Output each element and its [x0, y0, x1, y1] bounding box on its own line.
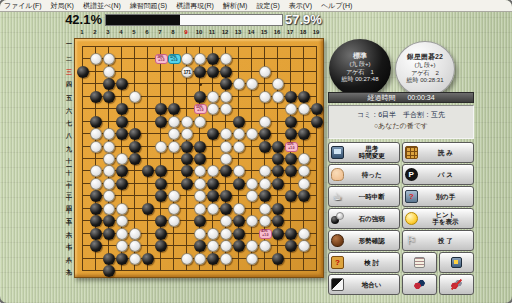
- white-stone: [90, 128, 102, 140]
- black-stone: [116, 116, 128, 128]
- white-player-name: 銀星囲碁22: [407, 53, 443, 62]
- black-stone: [181, 153, 193, 165]
- monitor-clock-icon: [331, 146, 344, 159]
- black-stone: [207, 66, 219, 78]
- bowl-icon: [331, 234, 344, 247]
- white-stone: [116, 153, 128, 165]
- black-stone: [285, 240, 297, 252]
- black-stone: [272, 203, 284, 215]
- monitor-question-icon: ?: [405, 190, 418, 203]
- black-stone: [181, 178, 193, 190]
- black-stone: [103, 265, 115, 277]
- white-stone: [259, 240, 271, 252]
- col-label-11: 11: [207, 29, 217, 35]
- menu-item-3[interactable]: 棋譜並べ(N): [83, 1, 121, 11]
- white-stone: [220, 240, 232, 252]
- white-stone: [103, 66, 115, 78]
- white-stone: [246, 178, 258, 190]
- white-stone: [103, 141, 115, 153]
- white-stone: [181, 116, 193, 128]
- white-stone: [298, 228, 310, 240]
- go-app-window: ファイル(F)対局(K)棋譜並べ(N)練習問題(S)棋譜再現(R)解析(M)設定…: [0, 0, 512, 303]
- white-winrate-label: 57.9%: [285, 12, 322, 27]
- white-stone: [116, 240, 128, 252]
- black-stone: [285, 91, 297, 103]
- col-label-8: 8: [168, 29, 178, 35]
- black-stone: [194, 141, 206, 153]
- white-captures: アゲ石 2: [411, 70, 439, 78]
- white-stone: [181, 128, 193, 140]
- komi-handicap-line: コミ：6目半 手合割：互先: [329, 110, 473, 120]
- white-stone: [220, 253, 232, 265]
- review-button[interactable]: ?検 討: [328, 252, 400, 273]
- white-stone: [259, 203, 271, 215]
- another-move-button-label: 別の手: [420, 193, 471, 200]
- undo-button[interactable]: 待った: [328, 164, 400, 185]
- hint-button-label: ヒント手を表示: [420, 211, 471, 225]
- black-stone: [272, 141, 284, 153]
- flag-icon: ⚐: [405, 234, 418, 247]
- pass-icon: P: [405, 168, 418, 181]
- white-stone: [181, 253, 193, 265]
- game-info-panel: コミ：6目半 手合割：互先 ○あなたの番です: [328, 105, 474, 139]
- col-label-10: 10: [194, 29, 204, 35]
- white-total-time: 総時 00:28:31: [406, 77, 443, 85]
- review-button-label: 検 討: [346, 259, 397, 266]
- board-column-labels: 12345678910111213141516171819: [74, 29, 324, 37]
- resign-button-label: 投 了: [420, 237, 471, 244]
- menu-item-8[interactable]: 表示(V): [289, 1, 312, 11]
- menu-item-5[interactable]: 棋譜再現(R): [176, 1, 214, 11]
- candidate-move-marker-4: 55%+1.0: [285, 142, 298, 152]
- black-stone: [155, 116, 167, 128]
- black-stone: [311, 103, 323, 115]
- white-stone: [246, 253, 258, 265]
- white-stone: [298, 153, 310, 165]
- black-stone: [181, 141, 193, 153]
- black-stone: [142, 203, 154, 215]
- territory-icon: [331, 278, 344, 291]
- white-stone: [259, 66, 271, 78]
- hand-icon: [331, 168, 344, 181]
- white-stone: [207, 203, 219, 215]
- undo-button-label: 待った: [346, 171, 397, 178]
- pause-button[interactable]: ☕一時中断: [328, 186, 400, 207]
- black-stone: [285, 153, 297, 165]
- stones-mini-button-2[interactable]: [439, 274, 474, 295]
- black-stone: [194, 91, 206, 103]
- col-label-7: 7: [155, 29, 165, 35]
- black-stone: [259, 128, 271, 140]
- black-stone: [207, 253, 219, 265]
- think-time-button-label: 思考時間変更: [346, 145, 397, 159]
- white-stone: [233, 141, 245, 153]
- black-stone: [194, 153, 206, 165]
- white-stone: [168, 141, 180, 153]
- think-time-button[interactable]: 思考時間変更: [328, 142, 400, 163]
- stones-mini-button-1[interactable]: [402, 274, 437, 295]
- black-stone: [233, 240, 245, 252]
- small-button-pair: [402, 274, 474, 295]
- white-stone: [194, 203, 206, 215]
- bulb-icon: [405, 212, 418, 225]
- menu-bar: ファイル(F)対局(K)棋譜並べ(N)練習問題(S)棋譜再現(R)解析(M)設定…: [0, 0, 512, 12]
- white-stone: [90, 141, 102, 153]
- black-stone: [272, 228, 284, 240]
- small-button-pair: [402, 252, 474, 273]
- stone-strength-button[interactable]: 石の強弱: [328, 208, 400, 229]
- col-label-16: 16: [272, 29, 282, 35]
- mini-board-icon: [414, 257, 425, 268]
- white-stone: [220, 228, 232, 240]
- black-stone: [285, 128, 297, 140]
- move-number: 171: [183, 69, 190, 75]
- black-stone: [103, 91, 115, 103]
- black-stone: [90, 91, 102, 103]
- black-winrate-label: 42.1%: [62, 12, 102, 27]
- col-label-2: 2: [90, 29, 100, 35]
- col-label-18: 18: [298, 29, 308, 35]
- black-stone: [311, 116, 323, 128]
- white-stone: [220, 128, 232, 140]
- black-stone: [233, 178, 245, 190]
- black-stone: [103, 253, 115, 265]
- black-stone: [207, 128, 219, 140]
- white-stone: [129, 240, 141, 252]
- pass-button-label: パ ス: [420, 171, 471, 178]
- white-stone: [103, 203, 115, 215]
- col-label-1: 1: [77, 29, 87, 35]
- black-stone: [220, 203, 232, 215]
- col-label-9: 9: [181, 29, 191, 35]
- col-label-6: 6: [142, 29, 152, 35]
- white-stone: [207, 91, 219, 103]
- black-stone: [220, 66, 232, 78]
- hint-button[interactable]: ヒント手を表示: [402, 208, 474, 229]
- territory-button[interactable]: 地合い: [328, 274, 400, 295]
- mini-monitor-icon: [451, 257, 462, 268]
- pass-button[interactable]: Pパ ス: [402, 164, 474, 185]
- pause-button-label: 一時中断: [346, 193, 397, 200]
- black-stone: [194, 240, 206, 252]
- stone-strength-button-label: 石の強弱: [346, 215, 397, 222]
- white-stone: [129, 91, 141, 103]
- black-player-name: 標準: [353, 52, 367, 61]
- col-label-14: 14: [246, 29, 256, 35]
- white-stone: [220, 153, 232, 165]
- white-stone: [272, 91, 284, 103]
- white-stone: [168, 116, 180, 128]
- board-row-labels: 一二三四五六七八九十十一十二十三十四十五十六十七十八十九: [60, 38, 73, 278]
- col-label-4: 4: [116, 29, 126, 35]
- elapsed-time-value: 00:00:34: [407, 94, 434, 101]
- menu-item-6[interactable]: 解析(M): [223, 1, 248, 11]
- col-label-19: 19: [311, 29, 321, 35]
- white-stone: [90, 178, 102, 190]
- another-move-button[interactable]: ?別の手: [402, 186, 474, 207]
- winrate-bar: [105, 14, 283, 26]
- black-stone: [285, 116, 297, 128]
- white-stone: [155, 141, 167, 153]
- white-stone: [194, 116, 206, 128]
- black-stone: [116, 253, 128, 265]
- black-stone: [194, 66, 206, 78]
- read-button[interactable]: 読 み: [402, 142, 474, 163]
- cup-icon: ☕: [331, 190, 344, 203]
- white-stone: [103, 178, 115, 190]
- black-total-time: 総時 00:27:48: [341, 76, 378, 84]
- white-stone: [298, 178, 310, 190]
- col-label-12: 12: [220, 29, 230, 35]
- black-stone: [142, 253, 154, 265]
- black-stone: [259, 141, 271, 153]
- white-stone: [194, 228, 206, 240]
- stones-icon: [331, 212, 344, 225]
- white-stone: [233, 203, 245, 215]
- territory-button-label: 地合い: [346, 281, 397, 288]
- black-player-stone: 標準 (九 段+) アゲ石 1 総時 00:27:48: [329, 39, 391, 97]
- elapsed-time-bar: 経過時間 00:00:34: [328, 92, 474, 103]
- white-stone: [129, 228, 141, 240]
- black-stone: [90, 228, 102, 240]
- goban-icon: [405, 146, 418, 159]
- candidate-move-marker-3: 55%+1.0: [194, 104, 207, 114]
- elapsed-time-label: 経過時間: [367, 93, 395, 103]
- white-stone: [116, 228, 128, 240]
- black-stone: [116, 128, 128, 140]
- white-stone: [103, 128, 115, 140]
- white-stone: [220, 141, 232, 153]
- col-label-17: 17: [285, 29, 295, 35]
- white-stone: [220, 91, 232, 103]
- white-stone: [103, 153, 115, 165]
- col-label-15: 15: [259, 29, 269, 35]
- white-stone: [259, 116, 271, 128]
- black-stone: [272, 153, 284, 165]
- menu-item-9[interactable]: ヘルプ(H): [321, 1, 352, 11]
- white-stone: [168, 203, 180, 215]
- black-stone: [155, 240, 167, 252]
- control-button-grid: 思考時間変更読 み待ったPパ ス☕一時中断?別の手石の強弱ヒント手を表示形勢確認…: [328, 142, 474, 295]
- white-stone: [194, 253, 206, 265]
- col-label-3: 3: [103, 29, 113, 35]
- white-stone: [207, 240, 219, 252]
- black-stone: [155, 228, 167, 240]
- col-label-5: 5: [129, 29, 139, 35]
- black-captures: アゲ石 1: [346, 69, 374, 77]
- white-player-stone: 銀星囲碁22 (九 段+) アゲ石 2 総時 00:28:31: [395, 41, 455, 97]
- position-check-button[interactable]: 形勢確認: [328, 230, 400, 251]
- white-stone: [233, 128, 245, 140]
- black-stone: [77, 66, 89, 78]
- candidate-move-marker-5: 43%+1.0: [259, 229, 272, 239]
- kifu-mini-button[interactable]: [402, 252, 437, 273]
- black-stone: [116, 178, 128, 190]
- white-stone: [246, 128, 258, 140]
- white-stone: [194, 178, 206, 190]
- white-stone: [298, 240, 310, 252]
- board-question-icon: ?: [331, 256, 344, 269]
- white-stone: [129, 253, 141, 265]
- resign-button[interactable]: ⚐投 了: [402, 230, 474, 251]
- black-stone: [298, 128, 310, 140]
- menu-item-2[interactable]: 対局(K): [51, 1, 74, 11]
- go-board[interactable]: 17138%+1.057%+1.055%+1.055%+1.043%+1.0: [74, 38, 324, 278]
- black-stone: [155, 178, 167, 190]
- last-move-stone: 171: [181, 66, 193, 78]
- turn-indicator: ○あなたの番です: [329, 121, 473, 131]
- black-stone: [285, 228, 297, 240]
- col-label-13: 13: [233, 29, 243, 35]
- black-stone: [233, 228, 245, 240]
- white-stone: [207, 228, 219, 240]
- white-stone: [246, 240, 258, 252]
- menu-item-1[interactable]: ファイル(F): [4, 1, 42, 11]
- black-stone: [129, 141, 141, 153]
- white-stone: [259, 178, 271, 190]
- white-stone: [168, 128, 180, 140]
- read-button-label: 読 み: [420, 149, 471, 156]
- black-stone: [103, 228, 115, 240]
- white-player-rank: (九 段+): [414, 62, 435, 70]
- black-stone: [90, 203, 102, 215]
- candidate-move-marker-2: 57%+1.0: [168, 54, 181, 64]
- white-stone: [259, 91, 271, 103]
- black-stone: [233, 116, 245, 128]
- black-stone: [129, 153, 141, 165]
- black-stone: [129, 128, 141, 140]
- black-stone: [298, 91, 310, 103]
- black-stone: [272, 253, 284, 265]
- white-stone: [116, 203, 128, 215]
- position-check-button-label: 形勢確認: [346, 237, 397, 244]
- menu-item-7[interactable]: 設定(S): [256, 1, 279, 11]
- black-winrate-fill: [106, 15, 180, 25]
- black-stone: [90, 240, 102, 252]
- black-stone: [207, 178, 219, 190]
- black-stone: [272, 178, 284, 190]
- mini-stones-icon: [414, 279, 425, 290]
- mini-stones-off-icon: [451, 279, 462, 290]
- screen-mini-button[interactable]: [439, 252, 474, 273]
- candidate-move-marker-1: 38%+1.0: [155, 54, 168, 64]
- menu-item-4[interactable]: 練習問題(S): [130, 1, 167, 11]
- black-player-rank: (九 段+): [349, 61, 370, 69]
- black-stone: [90, 116, 102, 128]
